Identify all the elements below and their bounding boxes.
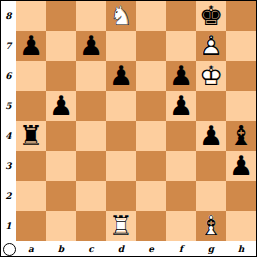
square-a5[interactable]	[16, 91, 46, 121]
square-h1[interactable]	[226, 211, 256, 241]
square-f1[interactable]	[166, 211, 196, 241]
square-f3[interactable]	[166, 151, 196, 181]
square-b2[interactable]	[46, 181, 76, 211]
square-b7[interactable]	[46, 31, 76, 61]
piece-black-king[interactable]: ♚	[196, 1, 226, 31]
piece-black-pawn[interactable]: ♟	[16, 31, 46, 61]
square-f5[interactable]: ♟	[166, 91, 196, 121]
square-b4[interactable]	[46, 121, 76, 151]
square-g1[interactable]: ♝♗	[196, 211, 226, 241]
square-h8[interactable]	[226, 1, 256, 31]
white-king-outline: ♔	[196, 61, 226, 91]
piece-black-rook[interactable]: ♜	[16, 121, 46, 151]
square-h2[interactable]	[226, 181, 256, 211]
piece-white-pawn[interactable]: ♟♙	[196, 31, 226, 61]
square-c6[interactable]	[76, 61, 106, 91]
black-pawn-glyph: ♟	[106, 61, 136, 91]
rank-label-1: 1	[1, 211, 16, 241]
rank-labels: 87654321	[1, 1, 16, 241]
file-label-b: b	[46, 241, 76, 256]
white-rook-outline: ♖	[106, 211, 136, 241]
square-h3[interactable]: ♟	[226, 151, 256, 181]
square-d5[interactable]	[106, 91, 136, 121]
black-bishop-glyph: ♝	[226, 121, 256, 151]
file-label-h: h	[226, 241, 256, 256]
black-pawn-glyph: ♟	[196, 121, 226, 151]
square-b5[interactable]: ♟	[46, 91, 76, 121]
file-labels: abcdefgh	[16, 241, 256, 256]
square-d3[interactable]	[106, 151, 136, 181]
white-pawn-outline: ♙	[196, 31, 226, 61]
square-d1[interactable]: ♜♖	[106, 211, 136, 241]
square-h6[interactable]	[226, 61, 256, 91]
square-f4[interactable]	[166, 121, 196, 151]
black-rook-glyph: ♜	[16, 121, 46, 151]
square-f2[interactable]	[166, 181, 196, 211]
chess-diagram: 87654321 ♞♘♚♟♟♟♙♟♟♚♔♟♟♜♟♝♟♜♖♝♗ abcdefgh	[0, 0, 257, 257]
file-label-g: g	[196, 241, 226, 256]
square-e5[interactable]	[136, 91, 166, 121]
piece-white-king[interactable]: ♚♔	[196, 61, 226, 91]
square-a3[interactable]	[16, 151, 46, 181]
black-pawn-glyph: ♟	[166, 61, 196, 91]
square-g2[interactable]	[196, 181, 226, 211]
square-a4[interactable]: ♜	[16, 121, 46, 151]
square-g8[interactable]: ♚	[196, 1, 226, 31]
square-g5[interactable]	[196, 91, 226, 121]
piece-black-pawn[interactable]: ♟	[46, 91, 76, 121]
piece-black-pawn[interactable]: ♟	[226, 151, 256, 181]
square-g6[interactable]: ♚♔	[196, 61, 226, 91]
rank-label-2: 2	[1, 181, 16, 211]
square-c7[interactable]: ♟	[76, 31, 106, 61]
white-bishop-outline: ♗	[196, 211, 226, 241]
square-h4[interactable]: ♝	[226, 121, 256, 151]
piece-white-rook[interactable]: ♜♖	[106, 211, 136, 241]
square-f8[interactable]	[166, 1, 196, 31]
square-d8[interactable]: ♞♘	[106, 1, 136, 31]
square-b8[interactable]	[46, 1, 76, 31]
square-c2[interactable]	[76, 181, 106, 211]
square-h7[interactable]	[226, 31, 256, 61]
file-label-d: d	[106, 241, 136, 256]
square-a7[interactable]: ♟	[16, 31, 46, 61]
square-a6[interactable]	[16, 61, 46, 91]
piece-black-pawn[interactable]: ♟	[166, 61, 196, 91]
white-knight-outline: ♘	[106, 1, 136, 31]
black-pawn-glyph: ♟	[46, 91, 76, 121]
file-label-c: c	[76, 241, 106, 256]
square-e6[interactable]	[136, 61, 166, 91]
square-a2[interactable]	[16, 181, 46, 211]
piece-black-pawn[interactable]: ♟	[76, 31, 106, 61]
file-label-f: f	[166, 241, 196, 256]
square-e3[interactable]	[136, 151, 166, 181]
square-d6[interactable]: ♟	[106, 61, 136, 91]
white-to-move-indicator	[3, 243, 16, 256]
square-a1[interactable]	[16, 211, 46, 241]
square-g4[interactable]: ♟	[196, 121, 226, 151]
rank-label-4: 4	[1, 121, 16, 151]
black-pawn-glyph: ♟	[76, 31, 106, 61]
piece-black-pawn[interactable]: ♟	[166, 91, 196, 121]
square-e2[interactable]	[136, 181, 166, 211]
square-f6[interactable]: ♟	[166, 61, 196, 91]
piece-white-knight[interactable]: ♞♘	[106, 1, 136, 31]
square-d4[interactable]	[106, 121, 136, 151]
square-g7[interactable]: ♟♙	[196, 31, 226, 61]
rank-label-3: 3	[1, 151, 16, 181]
square-c4[interactable]	[76, 121, 106, 151]
square-c1[interactable]	[76, 211, 106, 241]
chess-board[interactable]: ♞♘♚♟♟♟♙♟♟♚♔♟♟♜♟♝♟♜♖♝♗	[16, 1, 256, 241]
square-d7[interactable]	[106, 31, 136, 61]
square-b6[interactable]	[46, 61, 76, 91]
square-e7[interactable]	[136, 31, 166, 61]
square-c3[interactable]	[76, 151, 106, 181]
square-b1[interactable]	[46, 211, 76, 241]
square-e4[interactable]	[136, 121, 166, 151]
square-b3[interactable]	[46, 151, 76, 181]
square-a8[interactable]	[16, 1, 46, 31]
rank-label-5: 5	[1, 91, 16, 121]
square-f7[interactable]	[166, 31, 196, 61]
piece-black-bishop[interactable]: ♝	[226, 121, 256, 151]
black-pawn-glyph: ♟	[166, 91, 196, 121]
square-d2[interactable]	[106, 181, 136, 211]
black-king-glyph: ♚	[196, 1, 226, 31]
square-c5[interactable]	[76, 91, 106, 121]
rank-label-8: 8	[1, 1, 16, 31]
square-e1[interactable]	[136, 211, 166, 241]
rank-label-7: 7	[1, 31, 16, 61]
square-g3[interactable]	[196, 151, 226, 181]
square-e8[interactable]	[136, 1, 166, 31]
piece-black-pawn[interactable]: ♟	[196, 121, 226, 151]
square-c8[interactable]	[76, 1, 106, 31]
rank-label-6: 6	[1, 61, 16, 91]
file-label-e: e	[136, 241, 166, 256]
black-pawn-glyph: ♟	[16, 31, 46, 61]
piece-black-pawn[interactable]: ♟	[106, 61, 136, 91]
file-label-a: a	[16, 241, 46, 256]
square-h5[interactable]	[226, 91, 256, 121]
piece-white-bishop[interactable]: ♝♗	[196, 211, 226, 241]
black-pawn-glyph: ♟	[226, 151, 256, 181]
